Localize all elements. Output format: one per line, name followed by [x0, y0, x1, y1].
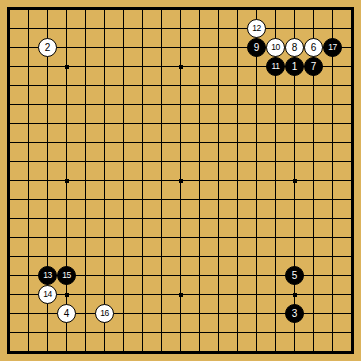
go-board[interactable]: 1234567891011121314151617 — [0, 0, 361, 361]
stone-white-C4[interactable]: 14 — [38, 285, 57, 304]
stone-black-D5[interactable]: 15 — [57, 266, 76, 285]
stone-white-P17[interactable]: 10 — [266, 38, 285, 57]
stone-black-Q3[interactable]: 3 — [285, 304, 304, 323]
stone-black-C5[interactable]: 13 — [38, 266, 57, 285]
board-grid[interactable]: 1234567891011121314151617 — [0, 0, 361, 361]
stone-white-Q17[interactable]: 8 — [285, 38, 304, 57]
stone-black-Q5[interactable]: 5 — [285, 266, 304, 285]
stone-white-R17[interactable]: 6 — [304, 38, 323, 57]
stone-black-Q16[interactable]: 1 — [285, 57, 304, 76]
stone-white-D3[interactable]: 4 — [57, 304, 76, 323]
stone-white-F3[interactable]: 16 — [95, 304, 114, 323]
stone-white-O18[interactable]: 12 — [247, 19, 266, 38]
stone-black-S17[interactable]: 17 — [323, 38, 342, 57]
stone-white-C17[interactable]: 2 — [38, 38, 57, 57]
stone-black-O17[interactable]: 9 — [247, 38, 266, 57]
stone-black-P16[interactable]: 11 — [266, 57, 285, 76]
stone-black-R16[interactable]: 7 — [304, 57, 323, 76]
